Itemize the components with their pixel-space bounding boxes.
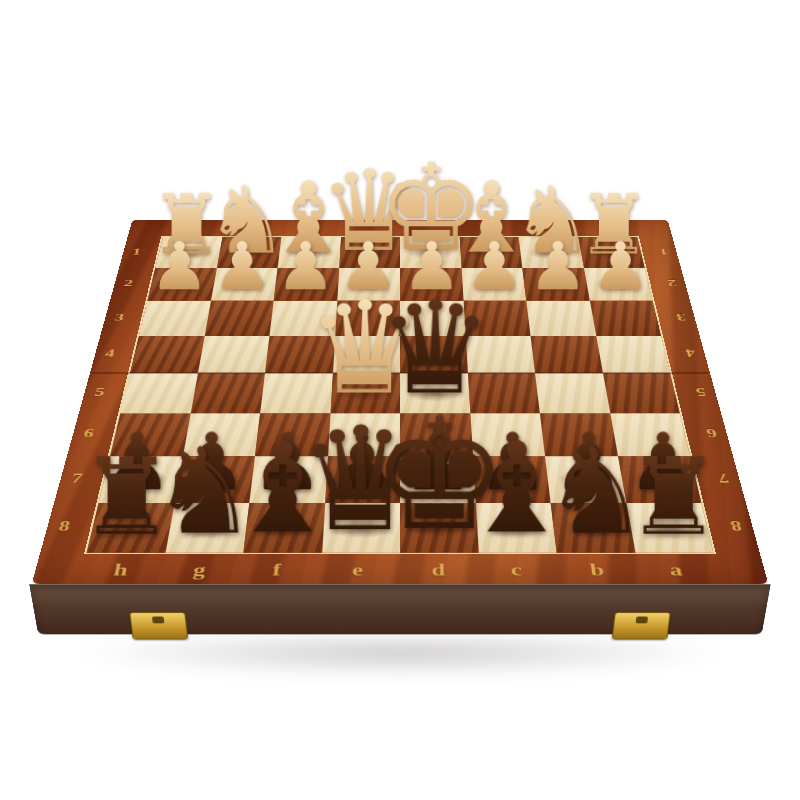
product-photo-scene: ♜♞♝♛♚♝♞♜♟♟♟♟♟♟♟♟♛♛♟♟♟♟♟♟♟♟♜♞♝♛♚♝♞♜ 12345…: [0, 0, 800, 800]
rank-label-right-3: 3: [675, 312, 687, 322]
brass-clasp-right: [612, 612, 671, 639]
square-h3[interactable]: [139, 301, 211, 336]
rank-label-left-8: 8: [57, 519, 72, 533]
rank-label-right-8: 8: [728, 519, 743, 533]
white-pawn-g2[interactable]: ♟: [213, 233, 272, 299]
square-b4[interactable]: [530, 336, 602, 373]
black-rook-a8[interactable]: ♜: [626, 445, 722, 552]
square-g2[interactable]: ♟: [211, 268, 278, 301]
square-h2[interactable]: ♟: [147, 268, 216, 301]
square-a5[interactable]: [603, 373, 680, 413]
board-shadow: [70, 636, 730, 678]
rank-label-left-5: 5: [93, 386, 106, 397]
square-a2[interactable]: ♟: [583, 268, 652, 301]
file-label-c: c: [510, 562, 522, 579]
rank-label-left-1: 1: [131, 247, 142, 256]
white-pawn-h2[interactable]: ♟: [149, 233, 208, 299]
square-a3[interactable]: [589, 301, 661, 336]
rank-label-left-4: 4: [104, 348, 116, 359]
square-g4[interactable]: [198, 336, 270, 373]
file-label-b: b: [589, 562, 605, 579]
square-a8[interactable]: ♜: [626, 503, 713, 553]
square-b8[interactable]: ♞: [551, 503, 635, 553]
file-label-h: h: [112, 562, 129, 579]
rank-label-right-2: 2: [666, 279, 677, 288]
brass-clasp-left: [129, 612, 188, 639]
rank-label-right-4: 4: [684, 348, 696, 359]
rank-label-right-5: 5: [694, 386, 707, 397]
file-label-f: f: [272, 562, 282, 579]
square-b2[interactable]: ♟: [522, 268, 589, 301]
white-pawn-a2[interactable]: ♟: [591, 233, 650, 299]
rank-label-left-3: 3: [114, 312, 126, 322]
board-squares-grid: ♜♞♝♛♚♝♞♜♟♟♟♟♟♟♟♟♛♛♟♟♟♟♟♟♟♟♜♞♝♛♚♝♞♜: [84, 236, 716, 554]
white-pawn-b2[interactable]: ♟: [528, 233, 587, 299]
rank-label-right-1: 1: [658, 247, 669, 256]
square-h5[interactable]: [120, 373, 197, 413]
file-label-e: e: [352, 562, 364, 579]
file-label-d: d: [431, 562, 445, 579]
board-front-face: [29, 584, 771, 634]
square-b5[interactable]: [535, 373, 610, 413]
square-b3[interactable]: [526, 301, 595, 336]
square-h4[interactable]: [130, 336, 204, 373]
square-g3[interactable]: [204, 301, 273, 336]
rank-label-left-2: 2: [123, 279, 134, 288]
file-label-g: g: [192, 562, 207, 579]
file-label-a: a: [668, 562, 684, 579]
square-a4[interactable]: [596, 336, 670, 373]
square-g5[interactable]: [190, 373, 265, 413]
chess-board: ♜♞♝♛♚♝♞♜♟♟♟♟♟♟♟♟♛♛♟♟♟♟♟♟♟♟♜♞♝♛♚♝♞♜ 12345…: [32, 220, 769, 585]
